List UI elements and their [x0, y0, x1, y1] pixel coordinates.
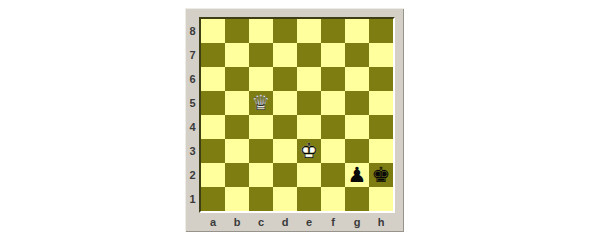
rank-label-5: 5	[186, 91, 199, 115]
square-d3[interactable]	[273, 139, 297, 163]
rank-label-7: 7	[186, 43, 199, 67]
square-c3[interactable]	[249, 139, 273, 163]
square-d7[interactable]	[273, 43, 297, 67]
rank-labels: 87654321	[186, 19, 199, 211]
square-a7[interactable]	[201, 43, 225, 67]
square-f6[interactable]	[321, 67, 345, 91]
square-c1[interactable]	[249, 187, 273, 211]
square-d6[interactable]	[273, 67, 297, 91]
square-g3[interactable]	[345, 139, 369, 163]
file-label-e: e	[297, 213, 321, 231]
square-g5[interactable]	[345, 91, 369, 115]
square-h1[interactable]	[369, 187, 393, 211]
file-label-h: h	[369, 213, 393, 231]
square-d4[interactable]	[273, 115, 297, 139]
square-h4[interactable]	[369, 115, 393, 139]
square-h7[interactable]	[369, 43, 393, 67]
chess-diagram: 87654321 ♛♕♚♔♟♚ abcdefgh	[0, 0, 591, 237]
square-g7[interactable]	[345, 43, 369, 67]
file-labels: abcdefgh	[201, 213, 393, 231]
square-b7[interactable]	[225, 43, 249, 67]
piece-glyph: ♟	[345, 163, 369, 187]
square-b5[interactable]	[225, 91, 249, 115]
board-frame: 87654321 ♛♕♚♔♟♚ abcdefgh	[185, 8, 404, 232]
square-c5[interactable]: ♛♕	[249, 91, 273, 115]
square-c8[interactable]	[249, 19, 273, 43]
black-king[interactable]: ♚	[369, 163, 393, 187]
square-d1[interactable]	[273, 187, 297, 211]
white-queen[interactable]: ♛♕	[249, 91, 273, 115]
square-f3[interactable]	[321, 139, 345, 163]
rank-label-2: 2	[186, 163, 199, 187]
square-a8[interactable]	[201, 19, 225, 43]
square-b8[interactable]	[225, 19, 249, 43]
square-f4[interactable]	[321, 115, 345, 139]
rank-label-3: 3	[186, 139, 199, 163]
piece-outline-glyph: ♔	[297, 139, 321, 163]
black-pawn[interactable]: ♟	[345, 163, 369, 187]
square-e3[interactable]: ♚♔	[297, 139, 321, 163]
square-a3[interactable]	[201, 139, 225, 163]
square-h5[interactable]	[369, 91, 393, 115]
square-g1[interactable]	[345, 187, 369, 211]
piece-glyph: ♚	[369, 163, 393, 187]
square-h2[interactable]: ♚	[369, 163, 393, 187]
square-a5[interactable]	[201, 91, 225, 115]
piece-outline-glyph: ♕	[249, 91, 273, 115]
square-e6[interactable]	[297, 67, 321, 91]
square-f1[interactable]	[321, 187, 345, 211]
square-e7[interactable]	[297, 43, 321, 67]
square-c7[interactable]	[249, 43, 273, 67]
square-f8[interactable]	[321, 19, 345, 43]
file-label-f: f	[321, 213, 345, 231]
square-e1[interactable]	[297, 187, 321, 211]
file-label-d: d	[273, 213, 297, 231]
square-b2[interactable]	[225, 163, 249, 187]
square-e4[interactable]	[297, 115, 321, 139]
rank-label-8: 8	[186, 19, 199, 43]
square-e2[interactable]	[297, 163, 321, 187]
square-h6[interactable]	[369, 67, 393, 91]
chess-board: ♛♕♚♔♟♚	[201, 19, 393, 211]
rank-label-1: 1	[186, 187, 199, 211]
rank-label-4: 4	[186, 115, 199, 139]
square-f2[interactable]	[321, 163, 345, 187]
file-label-a: a	[201, 213, 225, 231]
square-g4[interactable]	[345, 115, 369, 139]
square-f5[interactable]	[321, 91, 345, 115]
square-b1[interactable]	[225, 187, 249, 211]
file-label-b: b	[225, 213, 249, 231]
square-d5[interactable]	[273, 91, 297, 115]
square-a1[interactable]	[201, 187, 225, 211]
rank-label-6: 6	[186, 67, 199, 91]
square-d2[interactable]	[273, 163, 297, 187]
white-king[interactable]: ♚♔	[297, 139, 321, 163]
square-d8[interactable]	[273, 19, 297, 43]
square-a2[interactable]	[201, 163, 225, 187]
board-border: ♛♕♚♔♟♚	[199, 17, 395, 213]
square-c6[interactable]	[249, 67, 273, 91]
square-c4[interactable]	[249, 115, 273, 139]
square-a4[interactable]	[201, 115, 225, 139]
square-e8[interactable]	[297, 19, 321, 43]
file-label-g: g	[345, 213, 369, 231]
file-label-c: c	[249, 213, 273, 231]
square-c2[interactable]	[249, 163, 273, 187]
square-h8[interactable]	[369, 19, 393, 43]
square-h3[interactable]	[369, 139, 393, 163]
square-b6[interactable]	[225, 67, 249, 91]
square-b4[interactable]	[225, 115, 249, 139]
square-e5[interactable]	[297, 91, 321, 115]
square-a6[interactable]	[201, 67, 225, 91]
square-g6[interactable]	[345, 67, 369, 91]
square-f7[interactable]	[321, 43, 345, 67]
square-g2[interactable]: ♟	[345, 163, 369, 187]
square-g8[interactable]	[345, 19, 369, 43]
square-b3[interactable]	[225, 139, 249, 163]
